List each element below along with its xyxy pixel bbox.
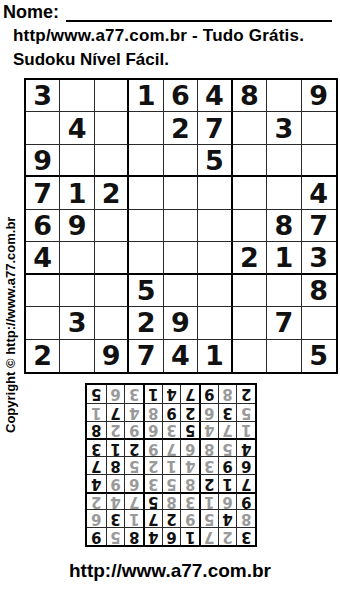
solution-cell-r7c1: 1 — [236, 421, 255, 439]
puzzle-cell-r8c7[interactable] — [233, 307, 267, 339]
solution-cell-r7c3: 4 — [199, 421, 218, 439]
solution-cell-r2c1: 8 — [236, 509, 255, 527]
solution-cell-r4c2: 1 — [218, 474, 237, 492]
puzzle-cell-r4c1[interactable]: 7 — [26, 177, 60, 209]
puzzle-cell-r5c5[interactable] — [164, 210, 198, 242]
solution-cell-r6c8: 1 — [106, 438, 125, 456]
solution-cell-r8c6: 8 — [143, 403, 162, 421]
solution-cell-r3c2: 6 — [218, 492, 237, 510]
puzzle-cell-r9c1[interactable]: 2 — [26, 340, 60, 372]
copyright-text: Copyright © http://www.a77.com.br — [3, 217, 18, 433]
puzzle-cell-r6c5[interactable] — [164, 242, 198, 274]
puzzle-cell-r2c6[interactable]: 7 — [198, 112, 232, 144]
difficulty-header: Sudoku Nível Fácil. — [13, 50, 169, 70]
solution-cell-r5c6: 2 — [143, 456, 162, 474]
solution-cell-r8c5: 9 — [162, 403, 181, 421]
footer-url: http://www.a77.com.br — [0, 560, 340, 582]
solution-cell-r9c1: 2 — [236, 385, 255, 403]
solution-cell-r6c6: 9 — [143, 438, 162, 456]
solution-cell-r3c4: 3 — [180, 492, 199, 510]
solution-cell-r7c2: 7 — [218, 421, 237, 439]
solution-cell-r2c3: 5 — [199, 509, 218, 527]
solution-cell-r7c9: 8 — [87, 421, 106, 439]
puzzle-cell-r7c9[interactable]: 8 — [302, 275, 336, 307]
solution-cell-r2c9: 6 — [87, 509, 106, 527]
solution-cell-r7c5: 3 — [162, 421, 181, 439]
puzzle-cell-r7c8[interactable] — [267, 275, 301, 307]
solution-cell-r5c7: 5 — [124, 456, 143, 474]
solution-cell-r6c7: 2 — [124, 438, 143, 456]
solution-cell-r8c7: 4 — [124, 403, 143, 421]
solution-cell-r3c8: 4 — [106, 492, 125, 510]
solution-cell-r9c7: 3 — [124, 385, 143, 403]
puzzle-cell-r5c7[interactable] — [233, 210, 267, 242]
solution-cell-r5c5: 1 — [162, 456, 181, 474]
puzzle-cell-r3c7[interactable] — [233, 145, 267, 177]
printable-sudoku-page: Nome: http/www.a77.com.br - Tudo Grátis.… — [0, 0, 340, 596]
solution-cell-r9c4: 7 — [180, 385, 199, 403]
solution-cell-r6c2: 5 — [218, 438, 237, 456]
puzzle-cell-r5c1[interactable]: 6 — [26, 210, 60, 242]
solution-cell-r8c3: 6 — [199, 403, 218, 421]
puzzle-cell-r3c8[interactable] — [267, 145, 301, 177]
puzzle-cell-r2c8[interactable]: 3 — [267, 112, 301, 144]
puzzle-cell-r5c9[interactable]: 7 — [302, 210, 336, 242]
solution-cell-r8c4: 2 — [180, 403, 199, 421]
solution-cell-r1c2: 2 — [218, 527, 237, 545]
solution-cell-r3c7: 7 — [124, 492, 143, 510]
solution-cell-r1c5: 6 — [162, 527, 181, 545]
solution-cell-r6c4: 6 — [180, 438, 199, 456]
solution-cell-r9c5: 4 — [162, 385, 181, 403]
solution-cell-r4c8: 9 — [106, 474, 125, 492]
solution-cell-r7c7: 9 — [124, 421, 143, 439]
puzzle-cell-r8c2[interactable]: 3 — [60, 307, 94, 339]
puzzle-cell-r5c8[interactable]: 8 — [267, 210, 301, 242]
solution-cell-r7c4: 5 — [180, 421, 199, 439]
solution-cell-r4c7: 6 — [124, 474, 143, 492]
puzzle-cell-r9c5[interactable]: 4 — [164, 340, 198, 372]
puzzle-cell-r1c7[interactable]: 8 — [233, 80, 267, 112]
solution-cell-r9c6: 1 — [143, 385, 162, 403]
solution-cell-r2c7: 1 — [124, 509, 143, 527]
puzzle-cell-r4c2[interactable]: 1 — [60, 177, 94, 209]
solution-cell-r6c3: 8 — [199, 438, 218, 456]
solution-cell-r9c3: 9 — [199, 385, 218, 403]
puzzle-cell-r7c1[interactable] — [26, 275, 60, 307]
solution-cell-r1c9: 9 — [87, 527, 106, 545]
puzzle-cell-r7c7[interactable] — [233, 275, 267, 307]
solution-cell-r9c2: 8 — [218, 385, 237, 403]
puzzle-cell-r7c2[interactable] — [60, 275, 94, 307]
puzzle-cell-r4c4[interactable] — [129, 177, 163, 209]
solution-cell-r1c3: 7 — [199, 527, 218, 545]
solution-cell-r3c9: 2 — [87, 492, 106, 510]
solution-cell-r2c5: 2 — [162, 509, 181, 527]
puzzle-cell-r2c9[interactable] — [302, 112, 336, 144]
puzzle-cell-r4c8[interactable] — [267, 177, 301, 209]
solution-cell-r8c9: 1 — [87, 403, 106, 421]
solution-cell-r9c8: 6 — [106, 385, 125, 403]
puzzle-cell-r2c5[interactable]: 2 — [164, 112, 198, 144]
solution-cell-r5c1: 6 — [236, 456, 255, 474]
puzzle-cell-r6c3[interactable] — [95, 242, 129, 274]
solution-cell-r5c2: 9 — [218, 456, 237, 474]
puzzle-cell-r8c8[interactable]: 7 — [267, 307, 301, 339]
solution-cell-r3c5: 8 — [162, 492, 181, 510]
solution-cell-r5c9: 7 — [87, 456, 106, 474]
puzzle-cell-r2c2[interactable]: 4 — [60, 112, 94, 144]
solution-cell-r3c1: 9 — [236, 492, 255, 510]
puzzle-cell-r7c5[interactable] — [164, 275, 198, 307]
solution-cell-r5c4: 4 — [180, 456, 199, 474]
puzzle-cell-r4c9[interactable]: 4 — [302, 177, 336, 209]
puzzle-cell-r2c1[interactable] — [26, 112, 60, 144]
name-label: Nome: — [3, 2, 59, 23]
solution-cell-r4c9: 4 — [87, 474, 106, 492]
solution-cell-r8c2: 3 — [218, 403, 237, 421]
solution-cell-r3c3: 1 — [199, 492, 218, 510]
solution-cell-r6c5: 7 — [162, 438, 181, 456]
puzzle-cell-r4c3[interactable]: 2 — [95, 177, 129, 209]
puzzle-cell-r5c6[interactable] — [198, 210, 232, 242]
solution-cell-r2c6: 7 — [143, 509, 162, 527]
puzzle-cell-r4c5[interactable] — [164, 177, 198, 209]
solution-cell-r2c8: 3 — [106, 509, 125, 527]
puzzle-cell-r3c9[interactable] — [302, 145, 336, 177]
puzzle-cell-r8c3[interactable] — [95, 307, 129, 339]
solution-cell-r5c8: 8 — [106, 456, 125, 474]
puzzle-cell-r1c3[interactable] — [95, 80, 129, 112]
puzzle-cell-r6c9[interactable]: 3 — [302, 242, 336, 274]
puzzle-cell-r8c9[interactable] — [302, 307, 336, 339]
puzzle-cell-r1c5[interactable]: 6 — [164, 80, 198, 112]
solution-cell-r4c6: 3 — [143, 474, 162, 492]
solution-cell-r7c8: 2 — [106, 421, 125, 439]
puzzle-cell-r6c7[interactable]: 2 — [233, 242, 267, 274]
puzzle-cell-r2c7[interactable] — [233, 112, 267, 144]
puzzle-cell-r7c3[interactable] — [95, 275, 129, 307]
solution-cell-r2c4: 9 — [180, 509, 199, 527]
puzzle-cell-r2c3[interactable] — [95, 112, 129, 144]
solution-cell-r8c8: 7 — [106, 403, 125, 421]
puzzle-cell-r9c9[interactable]: 5 — [302, 340, 336, 372]
solution-grid: 3271648598459271369613857427128536946934… — [85, 383, 257, 547]
puzzle-cell-r1c4[interactable]: 1 — [129, 80, 163, 112]
puzzle-cell-r2c4[interactable] — [129, 112, 163, 144]
solution-cell-r8c1: 5 — [236, 403, 255, 421]
solution-cell-r6c9: 3 — [87, 438, 106, 456]
puzzle-cell-r4c6[interactable] — [198, 177, 232, 209]
solution-cell-r1c6: 4 — [143, 527, 162, 545]
puzzle-cell-r3c3[interactable] — [95, 145, 129, 177]
puzzle-cell-r6c6[interactable] — [198, 242, 232, 274]
puzzle-cell-r6c8[interactable]: 1 — [267, 242, 301, 274]
puzzle-cell-r8c1[interactable] — [26, 307, 60, 339]
puzzle-cell-r1c6[interactable]: 4 — [198, 80, 232, 112]
puzzle-cell-r3c4[interactable] — [129, 145, 163, 177]
puzzle-cell-r9c4[interactable]: 7 — [129, 340, 163, 372]
solution-cell-r4c4: 8 — [180, 474, 199, 492]
puzzle-cell-r9c7[interactable] — [233, 340, 267, 372]
puzzle-cell-r4c7[interactable] — [233, 177, 267, 209]
solution-cell-r1c4: 1 — [180, 527, 199, 545]
puzzle-cell-r1c2[interactable] — [60, 80, 94, 112]
site-header: http/www.a77.com.br - Tudo Grátis. — [13, 26, 304, 46]
puzzle-cell-r9c8[interactable] — [267, 340, 301, 372]
puzzle-cell-r7c4[interactable]: 5 — [129, 275, 163, 307]
puzzle-cell-r3c2[interactable] — [60, 145, 94, 177]
puzzle-cell-r3c6[interactable]: 5 — [198, 145, 232, 177]
puzzle-cell-r5c4[interactable] — [129, 210, 163, 242]
solution-cell-r3c6: 5 — [143, 492, 162, 510]
puzzle-cell-r8c4[interactable]: 2 — [129, 307, 163, 339]
solution-cell-r2c2: 4 — [218, 509, 237, 527]
puzzle-cell-r5c3[interactable] — [95, 210, 129, 242]
solution-cell-r4c3: 2 — [199, 474, 218, 492]
puzzle-cell-r7c6[interactable] — [198, 275, 232, 307]
puzzle-grid: 316489427395712469874213583297297415 — [24, 78, 338, 374]
puzzle-cell-r3c1[interactable]: 9 — [26, 145, 60, 177]
puzzle-cell-r8c6[interactable] — [198, 307, 232, 339]
solution-cell-r9c9: 5 — [87, 385, 106, 403]
puzzle-cell-r3c5[interactable] — [164, 145, 198, 177]
puzzle-cell-r6c2[interactable] — [60, 242, 94, 274]
puzzle-cell-r8c5[interactable]: 9 — [164, 307, 198, 339]
puzzle-cell-r9c6[interactable]: 1 — [198, 340, 232, 372]
solution-cell-r1c7: 8 — [124, 527, 143, 545]
puzzle-cell-r6c4[interactable] — [129, 242, 163, 274]
solution-cell-r5c3: 3 — [199, 456, 218, 474]
puzzle-cell-r6c1[interactable]: 4 — [26, 242, 60, 274]
solution-cell-r6c1: 4 — [236, 438, 255, 456]
puzzle-cell-r9c2[interactable] — [60, 340, 94, 372]
puzzle-cell-r1c8[interactable] — [267, 80, 301, 112]
puzzle-cell-r1c9[interactable]: 9 — [302, 80, 336, 112]
puzzle-cell-r5c2[interactable]: 9 — [60, 210, 94, 242]
solution-cell-r4c1: 7 — [236, 474, 255, 492]
name-fill-in-line — [66, 1, 332, 22]
solution-cell-r7c6: 6 — [143, 421, 162, 439]
puzzle-cell-r1c1[interactable]: 3 — [26, 80, 60, 112]
solution-cell-r4c5: 5 — [162, 474, 181, 492]
solution-cell-r1c8: 5 — [106, 527, 125, 545]
puzzle-cell-r9c3[interactable]: 9 — [95, 340, 129, 372]
solution-cell-r1c1: 3 — [236, 527, 255, 545]
